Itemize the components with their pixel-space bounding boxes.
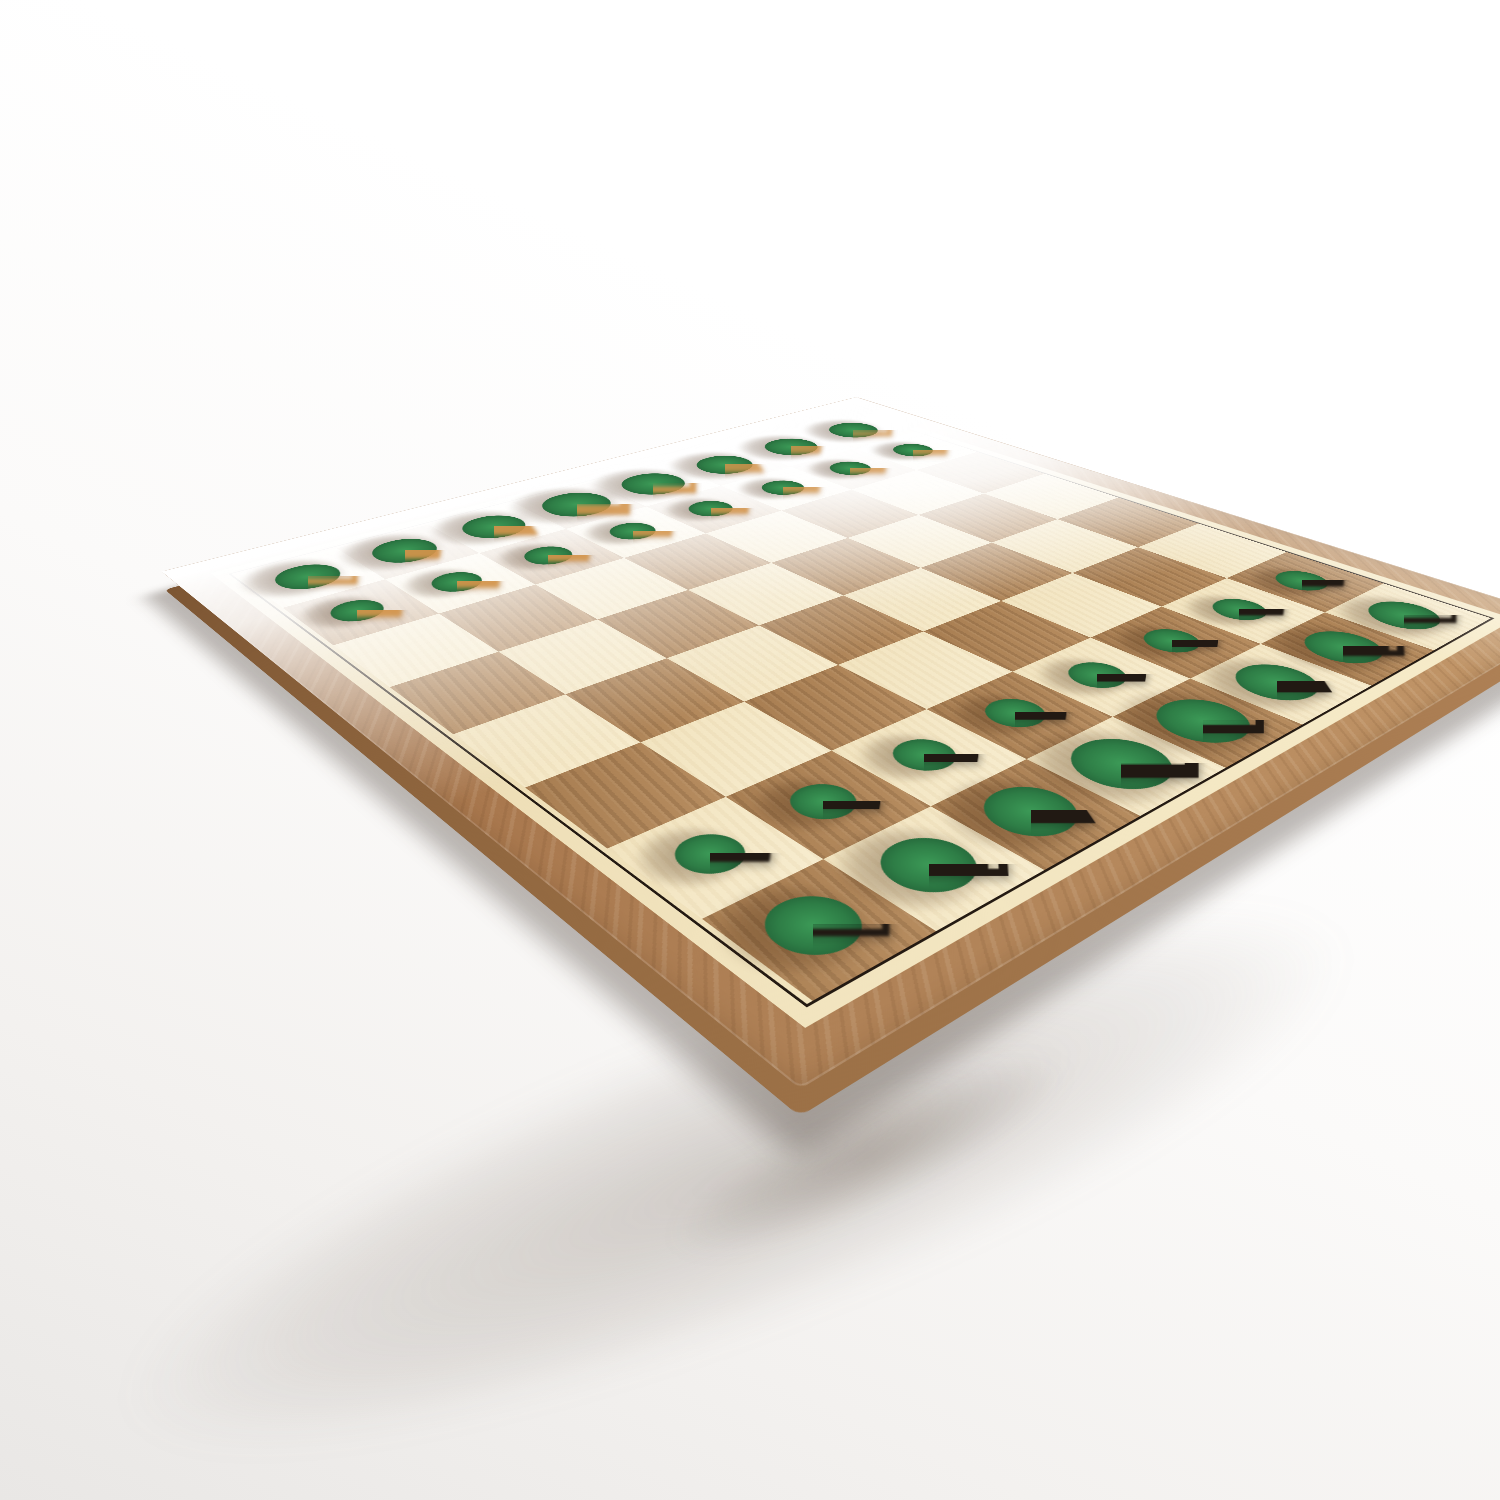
chessboard: ♜♞♟♝♟♛♟♚♟♝♟♞♟♜♟♟♟♟♜♟♞♟♝♟♛♟♚♟♝♟♞♜ [161,397,1500,1089]
photo-canvas: ♜♞♟♝♟♛♟♚♟♝♟♞♟♜♟♟♟♟♜♟♞♟♝♟♛♟♚♟♝♟♞♜ [0,0,1500,1500]
scene: ♜♞♟♝♟♛♟♚♟♝♟♞♟♜♟♟♟♟♜♟♞♟♝♟♛♟♚♟♝♟♞♜ [0,0,1500,1500]
